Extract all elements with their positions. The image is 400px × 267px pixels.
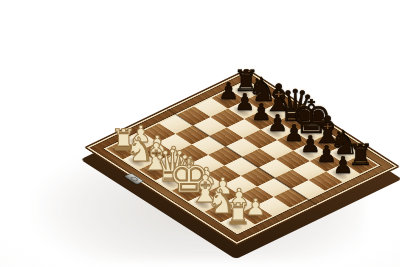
piece-shadow bbox=[159, 158, 181, 171]
chess-board bbox=[84, 69, 400, 246]
scene bbox=[0, 0, 400, 267]
product-photo-stage: ♜♟♞♟♝♟♛♟♚♟♟♝♜♟♟♞♞♟♟♜♝♟♟♛♟♚♟♝♟♞♟♜ bbox=[0, 0, 400, 267]
piece-shadow bbox=[125, 156, 147, 169]
piece-shadow bbox=[142, 166, 164, 179]
piece-shadow bbox=[175, 168, 197, 181]
board-tilt-wrapper bbox=[130, 45, 354, 267]
